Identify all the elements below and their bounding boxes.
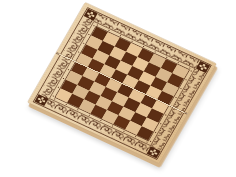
- photo-scene: [0, 0, 236, 177]
- game-board: [27, 2, 217, 164]
